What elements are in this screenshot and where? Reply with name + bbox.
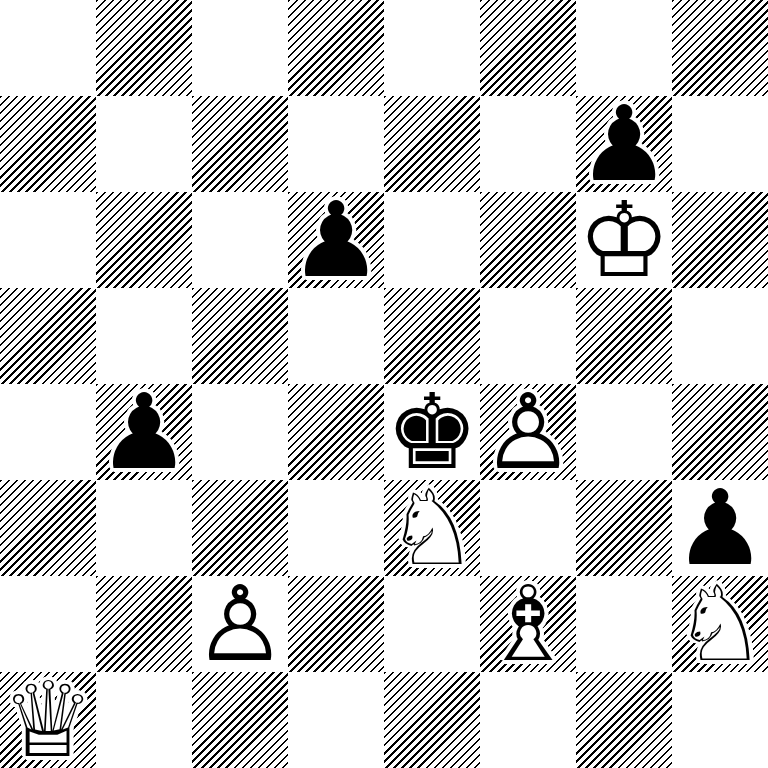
square-b3[interactable] <box>96 480 192 576</box>
square-a8[interactable] <box>0 0 96 96</box>
piece-glyph: ♟ <box>576 96 672 192</box>
square-c7[interactable] <box>192 96 288 192</box>
white-bishop[interactable]: ♝♗ <box>480 576 576 672</box>
square-h8[interactable] <box>672 0 768 96</box>
square-g6[interactable]: ♚♔ <box>576 192 672 288</box>
square-b6[interactable] <box>96 192 192 288</box>
square-a5[interactable] <box>0 288 96 384</box>
square-g4[interactable] <box>576 384 672 480</box>
square-c3[interactable] <box>192 480 288 576</box>
square-g7[interactable]: ♟ <box>576 96 672 192</box>
square-a1[interactable]: ♛♕ <box>0 672 96 768</box>
square-g5[interactable] <box>576 288 672 384</box>
square-d8[interactable] <box>288 0 384 96</box>
square-a6[interactable] <box>0 192 96 288</box>
square-b5[interactable] <box>96 288 192 384</box>
white-knight[interactable]: ♞♘ <box>672 576 768 672</box>
square-a3[interactable] <box>0 480 96 576</box>
piece-glyph: ♕ <box>0 672 96 768</box>
square-e7[interactable] <box>384 96 480 192</box>
square-d7[interactable] <box>288 96 384 192</box>
square-e4[interactable]: ♚ <box>384 384 480 480</box>
square-f4[interactable]: ♟♙ <box>480 384 576 480</box>
square-c6[interactable] <box>192 192 288 288</box>
square-h2[interactable]: ♞♘ <box>672 576 768 672</box>
square-f1[interactable] <box>480 672 576 768</box>
black-pawn[interactable]: ♟ <box>288 192 384 288</box>
square-h4[interactable] <box>672 384 768 480</box>
square-d2[interactable] <box>288 576 384 672</box>
square-c8[interactable] <box>192 0 288 96</box>
square-h7[interactable] <box>672 96 768 192</box>
piece-glyph: ♚ <box>384 384 480 480</box>
square-a2[interactable] <box>0 576 96 672</box>
square-a4[interactable] <box>0 384 96 480</box>
square-f6[interactable] <box>480 192 576 288</box>
square-d3[interactable] <box>288 480 384 576</box>
square-d6[interactable]: ♟ <box>288 192 384 288</box>
piece-glyph: ♟ <box>672 480 768 576</box>
square-f3[interactable] <box>480 480 576 576</box>
piece-glyph: ♔ <box>576 192 672 288</box>
black-king[interactable]: ♚ <box>384 384 480 480</box>
white-pawn[interactable]: ♟♙ <box>480 384 576 480</box>
square-b4[interactable]: ♟ <box>96 384 192 480</box>
square-f7[interactable] <box>480 96 576 192</box>
square-f5[interactable] <box>480 288 576 384</box>
square-e6[interactable] <box>384 192 480 288</box>
square-h6[interactable] <box>672 192 768 288</box>
square-g1[interactable] <box>576 672 672 768</box>
black-pawn[interactable]: ♟ <box>672 480 768 576</box>
square-b2[interactable] <box>96 576 192 672</box>
piece-glyph: ♟ <box>96 384 192 480</box>
white-queen[interactable]: ♛♕ <box>0 672 96 768</box>
square-d4[interactable] <box>288 384 384 480</box>
piece-glyph: ♙ <box>192 576 288 672</box>
square-b7[interactable] <box>96 96 192 192</box>
square-h5[interactable] <box>672 288 768 384</box>
piece-glyph: ♘ <box>672 576 768 672</box>
square-d5[interactable] <box>288 288 384 384</box>
square-d1[interactable] <box>288 672 384 768</box>
black-pawn[interactable]: ♟ <box>96 384 192 480</box>
chess-board: ♟♟♚♔♟♚♟♙♞♘♟♟♙♝♗♞♘♛♕ <box>0 0 768 768</box>
square-a7[interactable] <box>0 96 96 192</box>
black-pawn[interactable]: ♟ <box>576 96 672 192</box>
square-f2[interactable]: ♝♗ <box>480 576 576 672</box>
square-g3[interactable] <box>576 480 672 576</box>
square-e2[interactable] <box>384 576 480 672</box>
square-f8[interactable] <box>480 0 576 96</box>
white-knight[interactable]: ♞♘ <box>384 480 480 576</box>
piece-glyph: ♟ <box>288 192 384 288</box>
white-pawn[interactable]: ♟♙ <box>192 576 288 672</box>
square-g8[interactable] <box>576 0 672 96</box>
square-c1[interactable] <box>192 672 288 768</box>
square-e5[interactable] <box>384 288 480 384</box>
piece-glyph: ♗ <box>480 576 576 672</box>
square-c5[interactable] <box>192 288 288 384</box>
square-h1[interactable] <box>672 672 768 768</box>
square-c2[interactable]: ♟♙ <box>192 576 288 672</box>
square-e3[interactable]: ♞♘ <box>384 480 480 576</box>
square-g2[interactable] <box>576 576 672 672</box>
square-b1[interactable] <box>96 672 192 768</box>
square-e8[interactable] <box>384 0 480 96</box>
square-b8[interactable] <box>96 0 192 96</box>
white-king[interactable]: ♚♔ <box>576 192 672 288</box>
piece-glyph: ♘ <box>384 480 480 576</box>
square-h3[interactable]: ♟ <box>672 480 768 576</box>
piece-glyph: ♙ <box>480 384 576 480</box>
square-c4[interactable] <box>192 384 288 480</box>
square-e1[interactable] <box>384 672 480 768</box>
